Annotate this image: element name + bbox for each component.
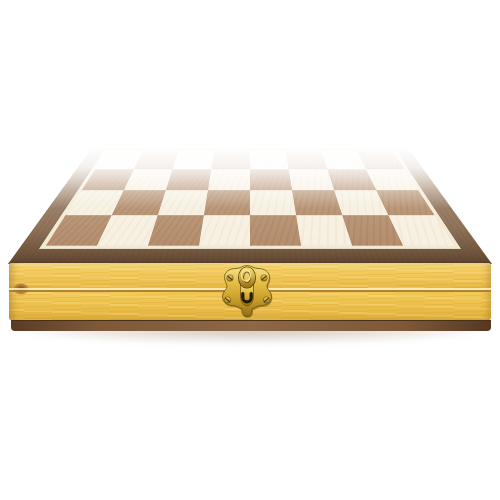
board-square [366, 169, 418, 190]
maple-inlay-frame [39, 150, 461, 249]
board-square [250, 190, 296, 215]
board-square [289, 169, 334, 190]
product-photo-chess-box [0, 0, 500, 500]
board-square [134, 152, 178, 170]
board-square [148, 215, 204, 245]
chess-box-lid [8, 14, 492, 264]
board-square [158, 190, 208, 215]
board-grid [46, 152, 454, 246]
brass-latch-icon [217, 264, 277, 320]
board-square [204, 190, 250, 215]
board-square [124, 169, 173, 190]
board-square [208, 169, 250, 190]
board-square [199, 215, 250, 245]
board-square [286, 152, 328, 170]
box-bottom-edge [11, 320, 491, 331]
board-square [166, 169, 211, 190]
board-square [211, 152, 250, 170]
board-square [173, 152, 215, 170]
board-square [250, 215, 301, 245]
board-square [357, 152, 404, 170]
board-frame [8, 144, 492, 264]
board-square [250, 169, 292, 190]
board-square [250, 152, 289, 170]
